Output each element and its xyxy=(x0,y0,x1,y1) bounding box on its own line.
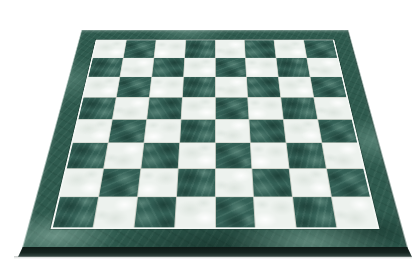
square-d3[interactable] xyxy=(178,143,214,168)
square-b1[interactable] xyxy=(94,197,137,227)
square-a2[interactable] xyxy=(60,169,103,196)
square-d4[interactable] xyxy=(180,119,215,142)
square-h4[interactable] xyxy=(318,119,357,142)
square-e1[interactable] xyxy=(215,197,255,227)
square-a1[interactable] xyxy=(53,197,98,227)
square-c1[interactable] xyxy=(134,197,175,227)
square-f1[interactable] xyxy=(254,197,295,227)
square-h1[interactable] xyxy=(332,197,377,227)
square-a4[interactable] xyxy=(73,119,112,142)
square-g7[interactable] xyxy=(277,58,310,76)
square-g3[interactable] xyxy=(287,143,326,168)
square-c4[interactable] xyxy=(144,119,180,142)
square-e8[interactable] xyxy=(215,40,245,57)
square-c3[interactable] xyxy=(141,143,179,168)
square-g6[interactable] xyxy=(279,77,314,97)
square-e4[interactable] xyxy=(215,119,250,142)
square-f2[interactable] xyxy=(253,169,293,196)
square-h6[interactable] xyxy=(311,77,347,97)
square-g2[interactable] xyxy=(290,169,331,196)
square-h2[interactable] xyxy=(327,169,370,196)
square-b5[interactable] xyxy=(113,97,149,118)
square-a5[interactable] xyxy=(79,97,116,118)
chess-board xyxy=(22,30,408,248)
square-d7[interactable] xyxy=(184,58,215,76)
square-f5[interactable] xyxy=(248,97,283,118)
square-c5[interactable] xyxy=(147,97,182,118)
board-field xyxy=(53,40,377,227)
square-f8[interactable] xyxy=(245,40,276,57)
square-a6[interactable] xyxy=(84,77,120,97)
square-c2[interactable] xyxy=(138,169,178,196)
square-g5[interactable] xyxy=(281,97,317,118)
square-b6[interactable] xyxy=(117,77,152,97)
square-b8[interactable] xyxy=(124,40,156,57)
square-e6[interactable] xyxy=(215,77,247,97)
square-a8[interactable] xyxy=(93,40,126,57)
square-d1[interactable] xyxy=(175,197,215,227)
square-c6[interactable] xyxy=(150,77,183,97)
square-f7[interactable] xyxy=(246,58,278,76)
square-c7[interactable] xyxy=(152,58,184,76)
square-e7[interactable] xyxy=(215,58,246,76)
square-d6[interactable] xyxy=(182,77,214,97)
square-e2[interactable] xyxy=(215,169,253,196)
square-h8[interactable] xyxy=(304,40,337,57)
square-g1[interactable] xyxy=(293,197,336,227)
square-h3[interactable] xyxy=(322,143,363,168)
square-e5[interactable] xyxy=(215,97,248,118)
square-a7[interactable] xyxy=(89,58,123,76)
square-c8[interactable] xyxy=(154,40,185,57)
board-inlay-line xyxy=(51,40,380,229)
square-d2[interactable] xyxy=(177,169,215,196)
square-b2[interactable] xyxy=(99,169,140,196)
square-d8[interactable] xyxy=(185,40,215,57)
square-b3[interactable] xyxy=(104,143,143,168)
square-g8[interactable] xyxy=(275,40,307,57)
square-e3[interactable] xyxy=(215,143,251,168)
square-h5[interactable] xyxy=(314,97,351,118)
square-f6[interactable] xyxy=(247,77,280,97)
square-a3[interactable] xyxy=(67,143,108,168)
square-f3[interactable] xyxy=(251,143,289,168)
square-b7[interactable] xyxy=(120,58,153,76)
square-b4[interactable] xyxy=(109,119,147,142)
square-f4[interactable] xyxy=(250,119,286,142)
square-g4[interactable] xyxy=(284,119,322,142)
square-d5[interactable] xyxy=(181,97,214,118)
photo-stage xyxy=(0,0,416,259)
square-h7[interactable] xyxy=(307,58,341,76)
